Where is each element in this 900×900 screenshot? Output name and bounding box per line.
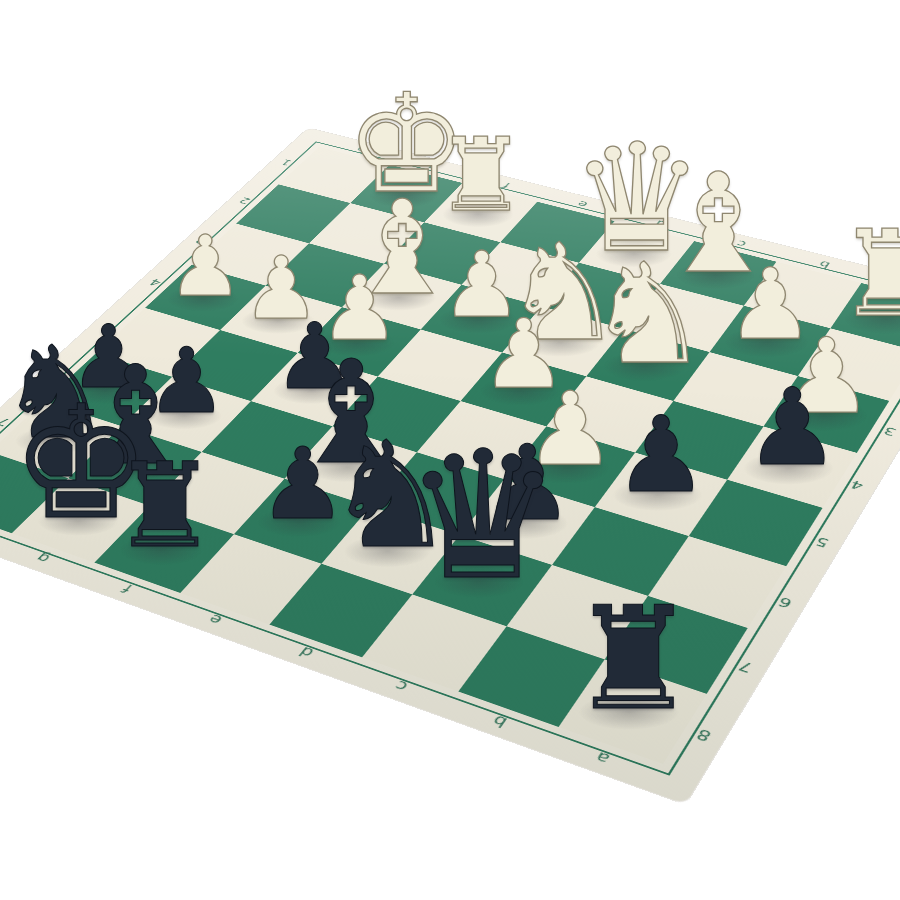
file-label-near-b: b — [488, 712, 510, 731]
photo-stage: hhggffeeddccbbaa1122334455667788 ♜♝♛♜♚♟♟… — [0, 0, 900, 900]
piece-black-pawn-b5: ♟ — [614, 403, 708, 508]
piece-black-rook-f8: ♜ — [112, 448, 217, 565]
file-label-near-c: c — [390, 677, 410, 694]
piece-black-pawn-a4: ♟ — [745, 375, 840, 481]
rank-label-right-4: 4 — [848, 478, 866, 493]
file-label-far-b: b — [816, 259, 832, 270]
rank-label-right-7: 7 — [736, 658, 756, 676]
file-label-near-d: d — [295, 644, 317, 661]
piece-white-knight-c3: ♞ — [586, 245, 710, 384]
rank-label-right-5: 5 — [813, 534, 832, 550]
piece-white-pawn-h4: ♟ — [168, 225, 243, 309]
file-label-near-e: e — [204, 611, 225, 628]
rank-label-left-2: 2 — [236, 195, 253, 205]
rank-label-left-4: 4 — [147, 277, 165, 288]
file-label-near-f: f — [118, 581, 135, 596]
file-label-near-a: a — [591, 749, 612, 768]
piece-black-queen-c7: ♛ — [403, 427, 562, 604]
rank-label-right-6: 6 — [776, 594, 796, 611]
rank-label-right-3: 3 — [881, 424, 899, 438]
piece-black-rook-a8: ♜ — [569, 588, 696, 730]
rank-label-left-1: 1 — [278, 157, 294, 167]
